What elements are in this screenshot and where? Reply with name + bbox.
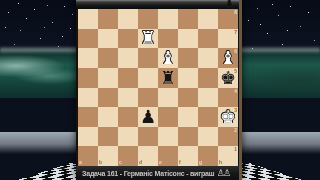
square-h5[interactable]: 5♚ xyxy=(218,68,238,88)
square-d6[interactable] xyxy=(138,48,158,68)
square-e4[interactable] xyxy=(158,88,178,108)
square-b6[interactable] xyxy=(98,48,118,68)
square-c7[interactable] xyxy=(118,29,138,49)
square-f2[interactable] xyxy=(178,127,198,147)
square-f1[interactable]: f xyxy=(178,146,198,166)
square-g2[interactable] xyxy=(198,127,218,147)
square-h7[interactable]: 7 xyxy=(218,29,238,49)
white-pawns-icon: ♙♙ xyxy=(217,167,229,179)
square-c3[interactable] xyxy=(118,107,138,127)
square-f8[interactable] xyxy=(178,9,198,29)
square-a3[interactable] xyxy=(78,107,98,127)
square-f5[interactable] xyxy=(178,68,198,88)
square-d1[interactable]: d xyxy=(138,146,158,166)
square-b5[interactable] xyxy=(98,68,118,88)
stars-left xyxy=(0,0,1,1)
white-bishop[interactable]: ♝ xyxy=(220,49,236,67)
chess-app-panel: ♟ 8♜7♝6♝♜5♚4♟3♚2abcdefg1h Задача 161 - Г… xyxy=(76,0,242,180)
square-h3[interactable]: 3♚ xyxy=(218,107,238,127)
square-g7[interactable] xyxy=(198,29,218,49)
file-label: f xyxy=(179,160,181,165)
file-label: g xyxy=(199,160,202,165)
black-rook[interactable]: ♜ xyxy=(160,68,176,86)
white-rook[interactable]: ♜ xyxy=(140,29,156,47)
square-a4[interactable] xyxy=(78,88,98,108)
square-f7[interactable] xyxy=(178,29,198,49)
square-d2[interactable] xyxy=(138,127,158,147)
rank-label: 2 xyxy=(234,128,237,133)
square-g4[interactable] xyxy=(198,88,218,108)
square-b2[interactable] xyxy=(98,127,118,147)
square-g3[interactable] xyxy=(198,107,218,127)
rank-label: 4 xyxy=(234,89,237,94)
square-h6[interactable]: 6♝ xyxy=(218,48,238,68)
problem-title: Задача 161 - Германіс Матісонс - виграш xyxy=(76,170,214,177)
square-g1[interactable]: g xyxy=(198,146,218,166)
square-b4[interactable] xyxy=(98,88,118,108)
square-a1[interactable]: a xyxy=(78,146,98,166)
rank-label: 1 xyxy=(234,147,237,152)
square-g8[interactable] xyxy=(198,9,218,29)
black-king[interactable]: ♚ xyxy=(220,68,236,86)
square-e3[interactable] xyxy=(158,107,178,127)
stars-right xyxy=(242,0,243,1)
square-a5[interactable] xyxy=(78,68,98,88)
square-c5[interactable] xyxy=(118,68,138,88)
square-g5[interactable] xyxy=(198,68,218,88)
square-e1[interactable]: e xyxy=(158,146,178,166)
square-e5[interactable]: ♜ xyxy=(158,68,178,88)
rank-label: 7 xyxy=(234,30,237,35)
square-b1[interactable]: b xyxy=(98,146,118,166)
square-a8[interactable] xyxy=(78,9,98,29)
square-b7[interactable] xyxy=(98,29,118,49)
square-e2[interactable] xyxy=(158,127,178,147)
file-label: e xyxy=(159,160,162,165)
square-b8[interactable] xyxy=(98,9,118,29)
square-c2[interactable] xyxy=(118,127,138,147)
square-c6[interactable] xyxy=(118,48,138,68)
square-a2[interactable] xyxy=(78,127,98,147)
square-f4[interactable] xyxy=(178,88,198,108)
chess-board: 8♜7♝6♝♜5♚4♟3♚2abcdefg1h xyxy=(78,9,238,166)
square-f6[interactable] xyxy=(178,48,198,68)
square-b3[interactable] xyxy=(98,107,118,127)
square-h4[interactable]: 4 xyxy=(218,88,238,108)
square-d7[interactable]: ♜ xyxy=(138,29,158,49)
square-c4[interactable] xyxy=(118,88,138,108)
rank-label: 8 xyxy=(234,10,237,15)
file-label: a xyxy=(79,160,82,165)
status-bar: Задача 161 - Германіс Матісонс - виграш … xyxy=(76,166,239,180)
square-e6[interactable]: ♝ xyxy=(158,48,178,68)
file-label: d xyxy=(139,160,142,165)
square-g6[interactable] xyxy=(198,48,218,68)
file-label: h xyxy=(219,160,222,165)
square-h8[interactable]: 8 xyxy=(218,9,238,29)
white-bishop[interactable]: ♝ xyxy=(160,49,176,67)
app-screen: ♟ 8♜7♝6♝♜5♚4♟3♚2abcdefg1h Задача 161 - Г… xyxy=(0,0,320,180)
square-d3[interactable]: ♟ xyxy=(138,107,158,127)
square-d5[interactable] xyxy=(138,68,158,88)
captured-black-pawn-icon: ♟ xyxy=(225,0,234,8)
file-label: c xyxy=(119,160,122,165)
white-king[interactable]: ♚ xyxy=(220,107,236,125)
square-h2[interactable]: 2 xyxy=(218,127,238,147)
square-d8[interactable] xyxy=(138,9,158,29)
square-c1[interactable]: c xyxy=(118,146,138,166)
file-label: b xyxy=(99,160,102,165)
square-f3[interactable] xyxy=(178,107,198,127)
square-e7[interactable] xyxy=(158,29,178,49)
square-a7[interactable] xyxy=(78,29,98,49)
square-a6[interactable] xyxy=(78,48,98,68)
square-e8[interactable] xyxy=(158,9,178,29)
square-c8[interactable] xyxy=(118,9,138,29)
black-pawn[interactable]: ♟ xyxy=(140,107,156,125)
board-header: ♟ xyxy=(76,0,239,9)
square-d4[interactable] xyxy=(138,88,158,108)
square-h1[interactable]: 1h xyxy=(218,146,238,166)
